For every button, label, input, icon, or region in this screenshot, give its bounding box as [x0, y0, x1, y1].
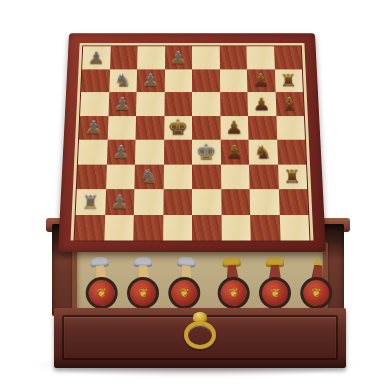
square-c7[interactable]: ♟: [137, 69, 165, 92]
square-c4[interactable]: [135, 140, 164, 164]
drawer-spare-silver-spare[interactable]: ❦: [78, 256, 124, 311]
piece-silver-pawn[interactable]: ♟: [142, 70, 160, 92]
drawer-spare-gold-knight-spare[interactable]: ♞❦: [294, 256, 340, 311]
square-d3[interactable]: [163, 164, 192, 189]
piece-gold-knight[interactable]: ♞: [254, 140, 273, 163]
square-f7[interactable]: [219, 69, 247, 92]
drawer-tray[interactable]: ❦❦❦ ❦❦♞❦: [72, 242, 328, 316]
square-g5[interactable]: [248, 116, 277, 140]
piece-silver-pawn[interactable]: ♟: [84, 116, 103, 139]
piece-gold-pawn[interactable]: ♟: [252, 70, 270, 92]
square-g6[interactable]: ♟: [247, 92, 276, 116]
spare-felt-base: ❦: [217, 276, 251, 310]
square-e7[interactable]: [192, 69, 220, 92]
square-b8[interactable]: [110, 46, 138, 69]
spare-felt-base: ❦: [299, 276, 333, 310]
square-h4[interactable]: [277, 140, 306, 164]
square-b6[interactable]: ♟: [108, 92, 137, 116]
piece-silver-rook[interactable]: ♜: [81, 190, 100, 214]
drawer-front[interactable]: [54, 308, 346, 368]
square-h8[interactable]: [274, 46, 302, 69]
spare-felt-base: ❦: [85, 276, 119, 310]
piece-silver-pawn[interactable]: ♟: [112, 140, 131, 163]
square-b3[interactable]: [106, 164, 135, 189]
piece-gold-pawn[interactable]: ♟: [225, 140, 244, 163]
square-g2[interactable]: [250, 189, 280, 214]
chess-chest-photo: ❦❦❦ ❦❦♞❦ ♟♟♞♟♟♜♟♟♝♟♚♟♟♚♟♞♞♜♜♟: [0, 0, 385, 385]
square-g1[interactable]: [250, 215, 280, 241]
square-a6[interactable]: [80, 92, 109, 116]
square-c6[interactable]: [136, 92, 164, 116]
square-c5[interactable]: [135, 116, 164, 140]
square-f4[interactable]: ♟: [220, 140, 249, 164]
square-f2[interactable]: [221, 189, 250, 214]
square-d8[interactable]: ♟: [165, 46, 192, 69]
square-d4[interactable]: [163, 140, 192, 164]
square-e4[interactable]: ♚: [192, 140, 221, 164]
square-h6[interactable]: ♝: [275, 92, 304, 116]
piece-silver-knight[interactable]: ♞: [140, 165, 159, 189]
piece-silver-king[interactable]: ♚: [195, 140, 217, 163]
square-d7[interactable]: [164, 69, 192, 92]
piece-gold-rook[interactable]: ♜: [279, 70, 297, 92]
chess-board: ♟♟♞♟♟♜♟♟♝♟♚♟♟♚♟♞♞♜♜♟: [58, 33, 326, 252]
square-b2[interactable]: ♟: [105, 189, 135, 214]
square-g8[interactable]: [246, 46, 274, 69]
square-e1[interactable]: [192, 215, 221, 241]
square-c3[interactable]: ♞: [134, 164, 163, 189]
drawer-spare-silver-spare[interactable]: ❦: [162, 256, 208, 311]
piece-silver-knight[interactable]: ♞: [114, 70, 132, 92]
square-a8[interactable]: ♟: [82, 46, 110, 69]
spare-felt-base: ❦: [167, 276, 201, 310]
piece-gold-bishop[interactable]: ♝: [280, 93, 299, 115]
square-f5[interactable]: ♟: [220, 116, 249, 140]
square-b4[interactable]: ♟: [106, 140, 135, 164]
square-e6[interactable]: [192, 92, 220, 116]
square-b7[interactable]: ♞: [109, 69, 137, 92]
piece-silver-pawn[interactable]: ♟: [170, 47, 188, 68]
spare-felt-base: ❦: [259, 277, 291, 309]
square-a1[interactable]: [75, 215, 105, 241]
drawer-spare-gold-spare[interactable]: ❦: [254, 257, 296, 309]
drawer-spare-gold-spare[interactable]: ❦: [210, 256, 256, 311]
square-h7[interactable]: ♜: [274, 69, 302, 92]
drawer-compartment-left: ❦❦❦: [77, 247, 209, 311]
square-d2[interactable]: [163, 189, 192, 214]
square-h3[interactable]: ♜: [278, 164, 308, 189]
piece-gold-pawn[interactable]: ♟: [225, 116, 243, 139]
piece-gold-king[interactable]: ♚: [167, 116, 188, 139]
drawer-compartment-right: ❦❦♞❦: [209, 247, 341, 311]
square-f6[interactable]: [220, 92, 248, 116]
square-b1[interactable]: [104, 215, 134, 241]
board-grid: ♟♟♞♟♟♜♟♟♝♟♚♟♟♚♟♞♞♜♜♟: [73, 45, 310, 241]
square-c2[interactable]: [134, 189, 163, 214]
square-g7[interactable]: ♟: [247, 69, 275, 92]
square-b5[interactable]: [107, 116, 136, 140]
square-d1[interactable]: [163, 215, 192, 241]
square-e2[interactable]: [192, 189, 221, 214]
square-f3[interactable]: [221, 164, 250, 189]
square-g3[interactable]: [249, 164, 278, 189]
square-c1[interactable]: [133, 215, 163, 241]
square-d5[interactable]: ♚: [164, 116, 192, 140]
square-f1[interactable]: [221, 215, 251, 241]
piece-silver-pawn[interactable]: ♟: [87, 47, 105, 68]
square-h1[interactable]: [279, 215, 309, 241]
square-e5[interactable]: [192, 116, 220, 140]
square-e8[interactable]: [192, 46, 219, 69]
square-a4[interactable]: [78, 140, 107, 164]
drawer-ring-handle-icon[interactable]: [184, 321, 216, 349]
piece-gold-rook[interactable]: ♜: [283, 165, 302, 189]
piece-silver-pawn[interactable]: ♟: [110, 190, 129, 214]
square-e3[interactable]: [192, 164, 221, 189]
square-d6[interactable]: [164, 92, 192, 116]
square-a5[interactable]: ♟: [79, 116, 108, 140]
square-a2[interactable]: ♜: [76, 189, 106, 214]
piece-silver-pawn[interactable]: ♟: [113, 93, 131, 115]
square-h2[interactable]: [278, 189, 308, 214]
spare-felt-base: ❦: [127, 277, 159, 309]
square-g4[interactable]: ♞: [249, 140, 278, 164]
square-c8[interactable]: [137, 46, 165, 69]
drawer-spare-silver-spare[interactable]: ❦: [122, 257, 164, 309]
square-f8[interactable]: [219, 46, 247, 69]
square-h5[interactable]: [276, 116, 305, 140]
piece-gold-pawn[interactable]: ♟: [252, 93, 270, 115]
square-a7[interactable]: [81, 69, 109, 92]
square-a3[interactable]: [77, 164, 107, 189]
